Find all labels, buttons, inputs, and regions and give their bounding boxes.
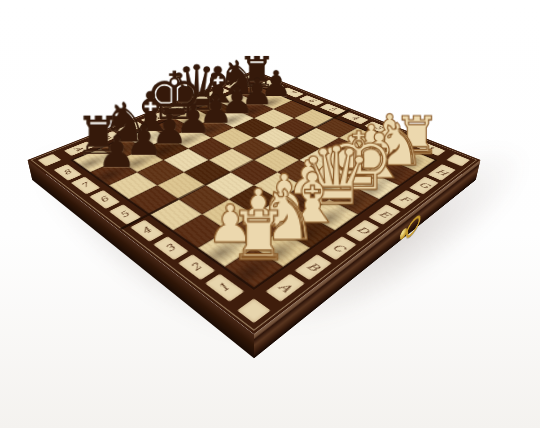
pawn-glyph: ♟ xyxy=(75,131,158,175)
board-top: 87654321 87654321 ABCDEFGH ABCDEFGH ♜♞♝♚… xyxy=(28,71,481,335)
coord-rank-6-text: 6 xyxy=(97,195,110,203)
coord-rank-5-text: 5 xyxy=(327,107,338,112)
photo-backdrop: 87654321 87654321 ABCDEFGH ABCDEFGH ♜♞♝♚… xyxy=(0,0,540,428)
coord-rank-3-text: 3 xyxy=(162,243,177,253)
corner-cell xyxy=(237,298,271,323)
coord-rank-4-text: 4 xyxy=(139,226,154,235)
chess-board: 87654321 87654321 ABCDEFGH ABCDEFGH ♜♞♝♚… xyxy=(28,71,481,335)
rook-glyph: ♜ xyxy=(207,202,311,270)
coord-file-A: A xyxy=(265,274,304,302)
coord-file-A-text: A xyxy=(275,281,293,294)
coord-rank-5-text: 5 xyxy=(117,210,131,219)
piece-black-pawn-a7: ♟ xyxy=(90,160,137,185)
scene: 87654321 87654321 ABCDEFGH ABCDEFGH ♜♞♝♚… xyxy=(0,0,540,428)
latch-hook xyxy=(405,212,421,241)
piece-white-rook-a1: ♜ xyxy=(225,248,283,287)
